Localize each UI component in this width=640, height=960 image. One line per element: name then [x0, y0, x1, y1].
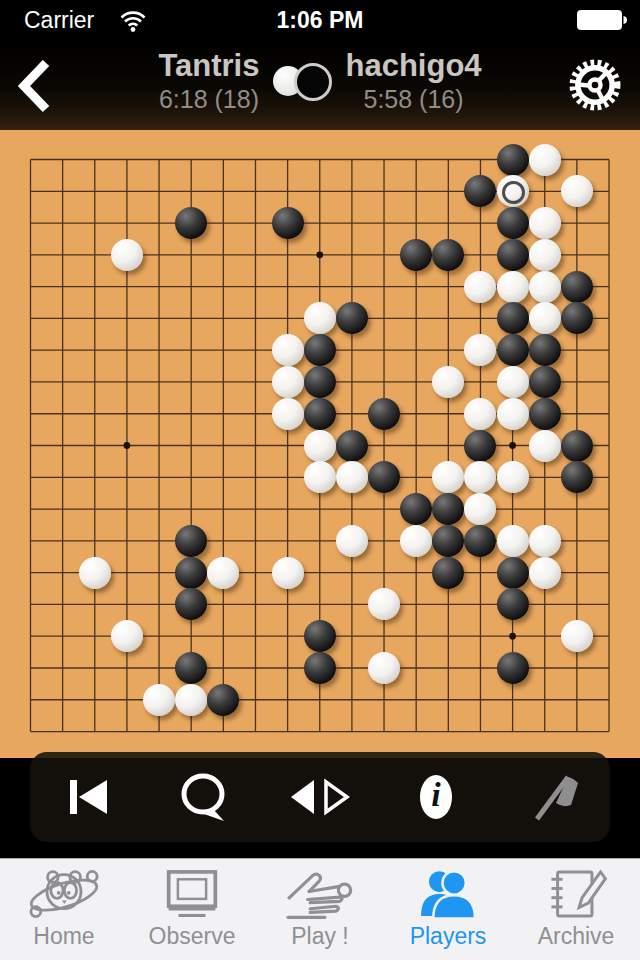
tab-archive-label: Archive: [538, 923, 615, 949]
panda-icon: [20, 865, 108, 923]
black-stone: [497, 652, 529, 684]
tab-players[interactable]: Players: [384, 859, 512, 960]
tab-observe-label: Observe: [149, 923, 236, 949]
chat-button[interactable]: [169, 765, 239, 829]
nav-bar: Tantris 6:18 (18) hachigo4 5:58 (16): [0, 40, 640, 130]
players-icon: [411, 865, 485, 923]
white-stone: [529, 557, 561, 589]
notebook-pencil-icon: [539, 865, 613, 923]
white-stone: [304, 461, 336, 493]
white-stone: [529, 271, 561, 303]
white-stone: [497, 398, 529, 430]
white-stone: [175, 684, 207, 716]
white-stone: [529, 239, 561, 271]
black-stone: [304, 620, 336, 652]
black-stone: [432, 525, 464, 557]
hand-play-icon: [280, 865, 360, 923]
white-stone: [529, 144, 561, 176]
white-stone: [497, 271, 529, 303]
black-stone: [529, 398, 561, 430]
tab-play-label: Play !: [291, 923, 349, 949]
black-player-block: hachigo4 5:58 (16): [345, 48, 481, 114]
white-stone: [529, 302, 561, 334]
black-stone: [561, 461, 593, 493]
black-stone: [497, 302, 529, 334]
black-stone: [497, 207, 529, 239]
black-stone: [207, 684, 239, 716]
white-stone: [497, 461, 529, 493]
status-bar: Carrier 1:06 PM: [0, 0, 640, 40]
black-stone: [497, 144, 529, 176]
black-stone: [464, 430, 496, 462]
white-stone: [464, 398, 496, 430]
info-icon: i: [420, 775, 452, 819]
black-stone: [304, 652, 336, 684]
black-stone: [497, 557, 529, 589]
black-stone: [497, 239, 529, 271]
white-player-name: Tantris: [158, 48, 259, 84]
tab-observe[interactable]: Observe: [128, 859, 256, 960]
black-stone: [272, 207, 304, 239]
black-player-name: hachigo4: [345, 48, 481, 84]
status-time: 1:06 PM: [0, 7, 640, 34]
white-stone: [529, 207, 561, 239]
resign-flag-button[interactable]: [517, 765, 587, 829]
tab-players-label: Players: [410, 923, 487, 949]
black-stone: [529, 366, 561, 398]
game-header: Tantris 6:18 (18) hachigo4 5:58 (16): [0, 48, 640, 114]
tab-bar: Home Observe Play !: [0, 858, 640, 960]
black-stone: [400, 239, 432, 271]
prev-next-move-button[interactable]: [285, 765, 355, 829]
white-stone: [336, 461, 368, 493]
tab-play[interactable]: Play !: [256, 859, 384, 960]
white-stone: [529, 430, 561, 462]
white-stone: [497, 175, 529, 207]
black-stone: [175, 525, 207, 557]
black-stone: [432, 239, 464, 271]
white-stone: [111, 239, 143, 271]
black-stone: [175, 652, 207, 684]
info-button[interactable]: i: [401, 765, 471, 829]
white-stone: [79, 557, 111, 589]
white-stone: [497, 366, 529, 398]
black-stone: [497, 334, 529, 366]
white-stone: [272, 334, 304, 366]
skip-to-start-button[interactable]: [53, 765, 123, 829]
tab-home-label: Home: [33, 923, 94, 949]
tab-archive[interactable]: Archive: [512, 859, 640, 960]
black-stone: [561, 271, 593, 303]
black-stone: [336, 430, 368, 462]
white-stone: [304, 430, 336, 462]
white-stone: [111, 620, 143, 652]
white-stone: [272, 366, 304, 398]
white-stone: [143, 684, 175, 716]
white-stone: [207, 557, 239, 589]
black-stone: [175, 207, 207, 239]
white-stone: [497, 525, 529, 557]
playback-toolbar: i: [30, 752, 610, 842]
black-stone: [400, 493, 432, 525]
white-stone: [561, 175, 593, 207]
white-player-block: Tantris 6:18 (18): [158, 48, 259, 114]
settings-gear-icon[interactable]: [564, 54, 626, 116]
go-board[interactable]: [0, 130, 640, 758]
white-stone: [272, 398, 304, 430]
white-player-clock: 6:18 (18): [159, 84, 259, 114]
white-stone: [368, 652, 400, 684]
black-stone: [304, 366, 336, 398]
black-stone: [304, 398, 336, 430]
black-stone: [368, 398, 400, 430]
white-stone: [561, 620, 593, 652]
black-stone: [561, 430, 593, 462]
white-stone: [464, 271, 496, 303]
white-stone: [336, 525, 368, 557]
black-player-clock: 5:58 (16): [364, 84, 464, 114]
tab-home[interactable]: Home: [0, 859, 128, 960]
monitor-icon: [155, 865, 229, 923]
black-stone: [304, 334, 336, 366]
black-stone: [432, 557, 464, 589]
black-stone: [497, 588, 529, 620]
last-move-marker: [502, 181, 525, 204]
color-indicator-icon: [273, 62, 331, 100]
white-stone: [304, 302, 336, 334]
white-stone: [400, 525, 432, 557]
black-stone: [175, 557, 207, 589]
battery-icon: [576, 9, 628, 35]
white-stone: [272, 557, 304, 589]
black-stone: [529, 334, 561, 366]
white-stone: [529, 525, 561, 557]
